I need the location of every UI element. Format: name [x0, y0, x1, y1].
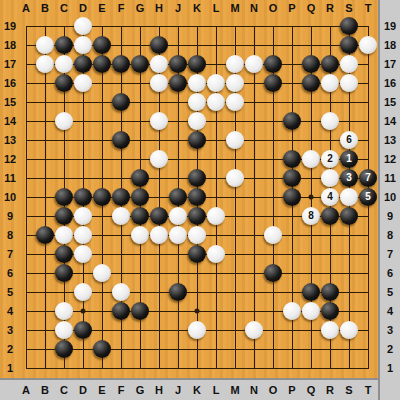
- col-label-bottom-B: B: [41, 385, 49, 396]
- stone-white-J9: [169, 207, 187, 225]
- stone-black-Q5: [302, 283, 320, 301]
- row-label-right-2: 2: [387, 344, 393, 355]
- stone-white-C3: [55, 321, 73, 339]
- stone-black-S18: [340, 36, 358, 54]
- stone-black-H18: [150, 36, 168, 54]
- stone-white-C14: [55, 112, 73, 130]
- row-label-right-17: 17: [384, 59, 396, 70]
- row-label-left-17: 17: [4, 59, 16, 70]
- stone-white-P4: [283, 302, 301, 320]
- stone-black-C9: [55, 207, 73, 225]
- row-label-right-8: 8: [387, 230, 393, 241]
- stone-black-J10: [169, 188, 187, 206]
- stone-white-K14: [188, 112, 206, 130]
- row-label-left-8: 8: [7, 230, 13, 241]
- col-label-bottom-N: N: [250, 385, 258, 396]
- stone-white-M11: [226, 169, 244, 187]
- row-label-right-6: 6: [387, 268, 393, 279]
- col-label-bottom-H: H: [155, 385, 163, 396]
- row-label-right-5: 5: [387, 287, 393, 298]
- col-label-top-N: N: [250, 3, 258, 14]
- stone-black-F17: [112, 55, 130, 73]
- stone-white-E6: [93, 264, 111, 282]
- stone-black-J16: [169, 74, 187, 92]
- col-label-bottom-Q: Q: [307, 385, 316, 396]
- bottom-coordinate-strip: [0, 378, 378, 400]
- col-label-top-M: M: [230, 3, 239, 14]
- stone-white-H12: [150, 150, 168, 168]
- stone-black-E2: [93, 340, 111, 358]
- stone-white-L16: [207, 74, 225, 92]
- col-label-top-Q: Q: [307, 3, 316, 14]
- move-number-2: 2: [321, 150, 339, 168]
- stone-white-F9: [112, 207, 130, 225]
- stone-black-H9: [150, 207, 168, 225]
- stone-white-H17: [150, 55, 168, 73]
- stone-white-D19: [74, 17, 92, 35]
- stone-white-Q9: 8: [302, 207, 320, 225]
- row-label-right-1: 1: [387, 363, 393, 374]
- star-point-K4: [195, 309, 200, 314]
- stone-white-S16: [340, 74, 358, 92]
- move-number-6: 6: [340, 131, 358, 149]
- stone-white-R16: [321, 74, 339, 92]
- col-label-bottom-R: R: [326, 385, 334, 396]
- stone-white-D16: [74, 74, 92, 92]
- stone-black-P10: [283, 188, 301, 206]
- stone-white-S3: [340, 321, 358, 339]
- stone-white-L15: [207, 93, 225, 111]
- stone-white-D8: [74, 226, 92, 244]
- col-label-top-F: F: [118, 3, 125, 14]
- row-label-right-3: 3: [387, 325, 393, 336]
- row-label-left-18: 18: [4, 40, 16, 51]
- stone-white-Q4: [302, 302, 320, 320]
- row-label-left-14: 14: [4, 116, 16, 127]
- col-label-top-S: S: [345, 3, 352, 14]
- move-number-8: 8: [302, 207, 320, 225]
- stone-black-G9: [131, 207, 149, 225]
- stone-black-T10: 5: [359, 188, 377, 206]
- stone-black-D10: [74, 188, 92, 206]
- move-number-5: 5: [359, 188, 377, 206]
- row-label-right-7: 7: [387, 249, 393, 260]
- col-label-bottom-M: M: [230, 385, 239, 396]
- row-label-right-9: 9: [387, 211, 393, 222]
- move-number-7: 7: [359, 169, 377, 187]
- row-label-left-2: 2: [7, 344, 13, 355]
- row-label-right-4: 4: [387, 306, 393, 317]
- move-number-4: 4: [321, 188, 339, 206]
- row-label-left-10: 10: [4, 192, 16, 203]
- move-number-1: 1: [340, 150, 358, 168]
- row-label-left-3: 3: [7, 325, 13, 336]
- col-label-top-C: C: [60, 3, 68, 14]
- stone-black-D17: [74, 55, 92, 73]
- stone-black-K13: [188, 131, 206, 149]
- col-label-top-K: K: [193, 3, 201, 14]
- row-label-left-5: 5: [7, 287, 13, 298]
- stone-black-R17: [321, 55, 339, 73]
- stone-white-C8: [55, 226, 73, 244]
- stone-black-G4: [131, 302, 149, 320]
- col-label-bottom-F: F: [118, 385, 125, 396]
- col-label-bottom-A: A: [22, 385, 30, 396]
- stone-black-K10: [188, 188, 206, 206]
- stone-white-R11: [321, 169, 339, 187]
- stone-white-K16: [188, 74, 206, 92]
- stone-black-O17: [264, 55, 282, 73]
- stone-white-H16: [150, 74, 168, 92]
- col-label-top-D: D: [79, 3, 87, 14]
- col-label-top-O: O: [269, 3, 278, 14]
- row-label-left-15: 15: [4, 97, 16, 108]
- row-label-left-13: 13: [4, 135, 16, 146]
- stone-white-R10: 4: [321, 188, 339, 206]
- stone-white-M13: [226, 131, 244, 149]
- row-label-right-11: 11: [384, 173, 396, 184]
- col-label-top-A: A: [22, 3, 30, 14]
- stone-black-C16: [55, 74, 73, 92]
- row-label-right-10: 10: [384, 192, 396, 203]
- col-label-bottom-J: J: [175, 385, 181, 396]
- stone-black-S12: 1: [340, 150, 358, 168]
- stone-black-T11: 7: [359, 169, 377, 187]
- col-label-top-L: L: [213, 3, 220, 14]
- stone-white-H14: [150, 112, 168, 130]
- col-label-bottom-D: D: [79, 385, 87, 396]
- col-label-top-E: E: [98, 3, 105, 14]
- col-label-top-J: J: [175, 3, 181, 14]
- stone-white-S13: 6: [340, 131, 358, 149]
- stone-black-E10: [93, 188, 111, 206]
- stone-white-Q12: [302, 150, 320, 168]
- stone-black-D3: [74, 321, 92, 339]
- stone-white-R14: [321, 112, 339, 130]
- stone-white-B18: [36, 36, 54, 54]
- row-label-left-1: 1: [7, 363, 13, 374]
- col-label-top-H: H: [155, 3, 163, 14]
- stone-black-R4: [321, 302, 339, 320]
- stone-black-G10: [131, 188, 149, 206]
- stone-white-L9: [207, 207, 225, 225]
- col-label-bottom-G: G: [136, 385, 145, 396]
- stone-white-F5: [112, 283, 130, 301]
- go-app-window: AABBCCDDEEFFGGHHJJKKLLMMNNOOPPQQRRSSTT19…: [0, 0, 400, 400]
- star-point-Q10: [309, 195, 314, 200]
- col-label-bottom-T: T: [365, 385, 372, 396]
- stone-black-E18: [93, 36, 111, 54]
- stone-white-N17: [245, 55, 263, 73]
- stone-white-C17: [55, 55, 73, 73]
- stone-black-Q17: [302, 55, 320, 73]
- stone-white-T18: [359, 36, 377, 54]
- row-label-left-11: 11: [4, 173, 16, 184]
- stone-black-C10: [55, 188, 73, 206]
- col-label-bottom-P: P: [288, 385, 295, 396]
- stone-black-F4: [112, 302, 130, 320]
- stone-white-D7: [74, 245, 92, 263]
- stone-black-C7: [55, 245, 73, 263]
- stone-black-R9: [321, 207, 339, 225]
- stone-white-M15: [226, 93, 244, 111]
- stone-white-S10: [340, 188, 358, 206]
- stone-white-S17: [340, 55, 358, 73]
- stone-white-R3: [321, 321, 339, 339]
- stone-black-R5: [321, 283, 339, 301]
- stone-black-P11: [283, 169, 301, 187]
- col-label-top-R: R: [326, 3, 334, 14]
- move-number-3: 3: [340, 169, 358, 187]
- stone-white-G8: [131, 226, 149, 244]
- stone-black-P12: [283, 150, 301, 168]
- stone-white-D18: [74, 36, 92, 54]
- stone-white-B17: [36, 55, 54, 73]
- row-label-right-15: 15: [384, 97, 396, 108]
- stone-white-J8: [169, 226, 187, 244]
- stone-black-Q16: [302, 74, 320, 92]
- stone-white-K15: [188, 93, 206, 111]
- col-label-bottom-E: E: [98, 385, 105, 396]
- stone-white-M17: [226, 55, 244, 73]
- stone-white-H8: [150, 226, 168, 244]
- stone-black-J5: [169, 283, 187, 301]
- stone-black-F15: [112, 93, 130, 111]
- col-label-bottom-K: K: [193, 385, 201, 396]
- stone-white-M16: [226, 74, 244, 92]
- stone-black-S9: [340, 207, 358, 225]
- col-label-bottom-C: C: [60, 385, 68, 396]
- stone-black-S19: [340, 17, 358, 35]
- stone-black-G17: [131, 55, 149, 73]
- row-label-left-7: 7: [7, 249, 13, 260]
- col-label-top-B: B: [41, 3, 49, 14]
- col-label-bottom-O: O: [269, 385, 278, 396]
- stone-white-C4: [55, 302, 73, 320]
- row-label-right-12: 12: [384, 154, 396, 165]
- stone-black-S11: 3: [340, 169, 358, 187]
- stone-black-P14: [283, 112, 301, 130]
- stone-black-F10: [112, 188, 130, 206]
- stone-black-G11: [131, 169, 149, 187]
- col-label-top-G: G: [136, 3, 145, 14]
- stone-black-K7: [188, 245, 206, 263]
- stone-black-O6: [264, 264, 282, 282]
- row-label-right-18: 18: [384, 40, 396, 51]
- stone-white-K3: [188, 321, 206, 339]
- row-label-right-14: 14: [384, 116, 396, 127]
- stone-white-K8: [188, 226, 206, 244]
- row-label-left-19: 19: [4, 21, 16, 32]
- row-label-right-13: 13: [384, 135, 396, 146]
- stone-black-E17: [93, 55, 111, 73]
- stone-black-K9: [188, 207, 206, 225]
- stone-white-N3: [245, 321, 263, 339]
- stone-black-C18: [55, 36, 73, 54]
- row-label-left-9: 9: [7, 211, 13, 222]
- stone-black-K17: [188, 55, 206, 73]
- row-label-right-19: 19: [384, 21, 396, 32]
- row-label-left-16: 16: [4, 78, 16, 89]
- row-label-left-6: 6: [7, 268, 13, 279]
- stone-white-R12: 2: [321, 150, 339, 168]
- row-label-left-12: 12: [4, 154, 16, 165]
- stone-black-O16: [264, 74, 282, 92]
- col-label-bottom-S: S: [345, 385, 352, 396]
- stone-black-C2: [55, 340, 73, 358]
- row-label-right-16: 16: [384, 78, 396, 89]
- star-point-D4: [81, 309, 86, 314]
- stone-white-O8: [264, 226, 282, 244]
- col-label-top-T: T: [365, 3, 372, 14]
- stone-black-K11: [188, 169, 206, 187]
- stone-black-B8: [36, 226, 54, 244]
- col-label-bottom-L: L: [213, 385, 220, 396]
- row-label-left-4: 4: [7, 306, 13, 317]
- stone-black-F13: [112, 131, 130, 149]
- stone-black-J17: [169, 55, 187, 73]
- stone-white-D5: [74, 283, 92, 301]
- stone-white-D9: [74, 207, 92, 225]
- stone-white-L7: [207, 245, 225, 263]
- stone-black-C6: [55, 264, 73, 282]
- col-label-top-P: P: [288, 3, 295, 14]
